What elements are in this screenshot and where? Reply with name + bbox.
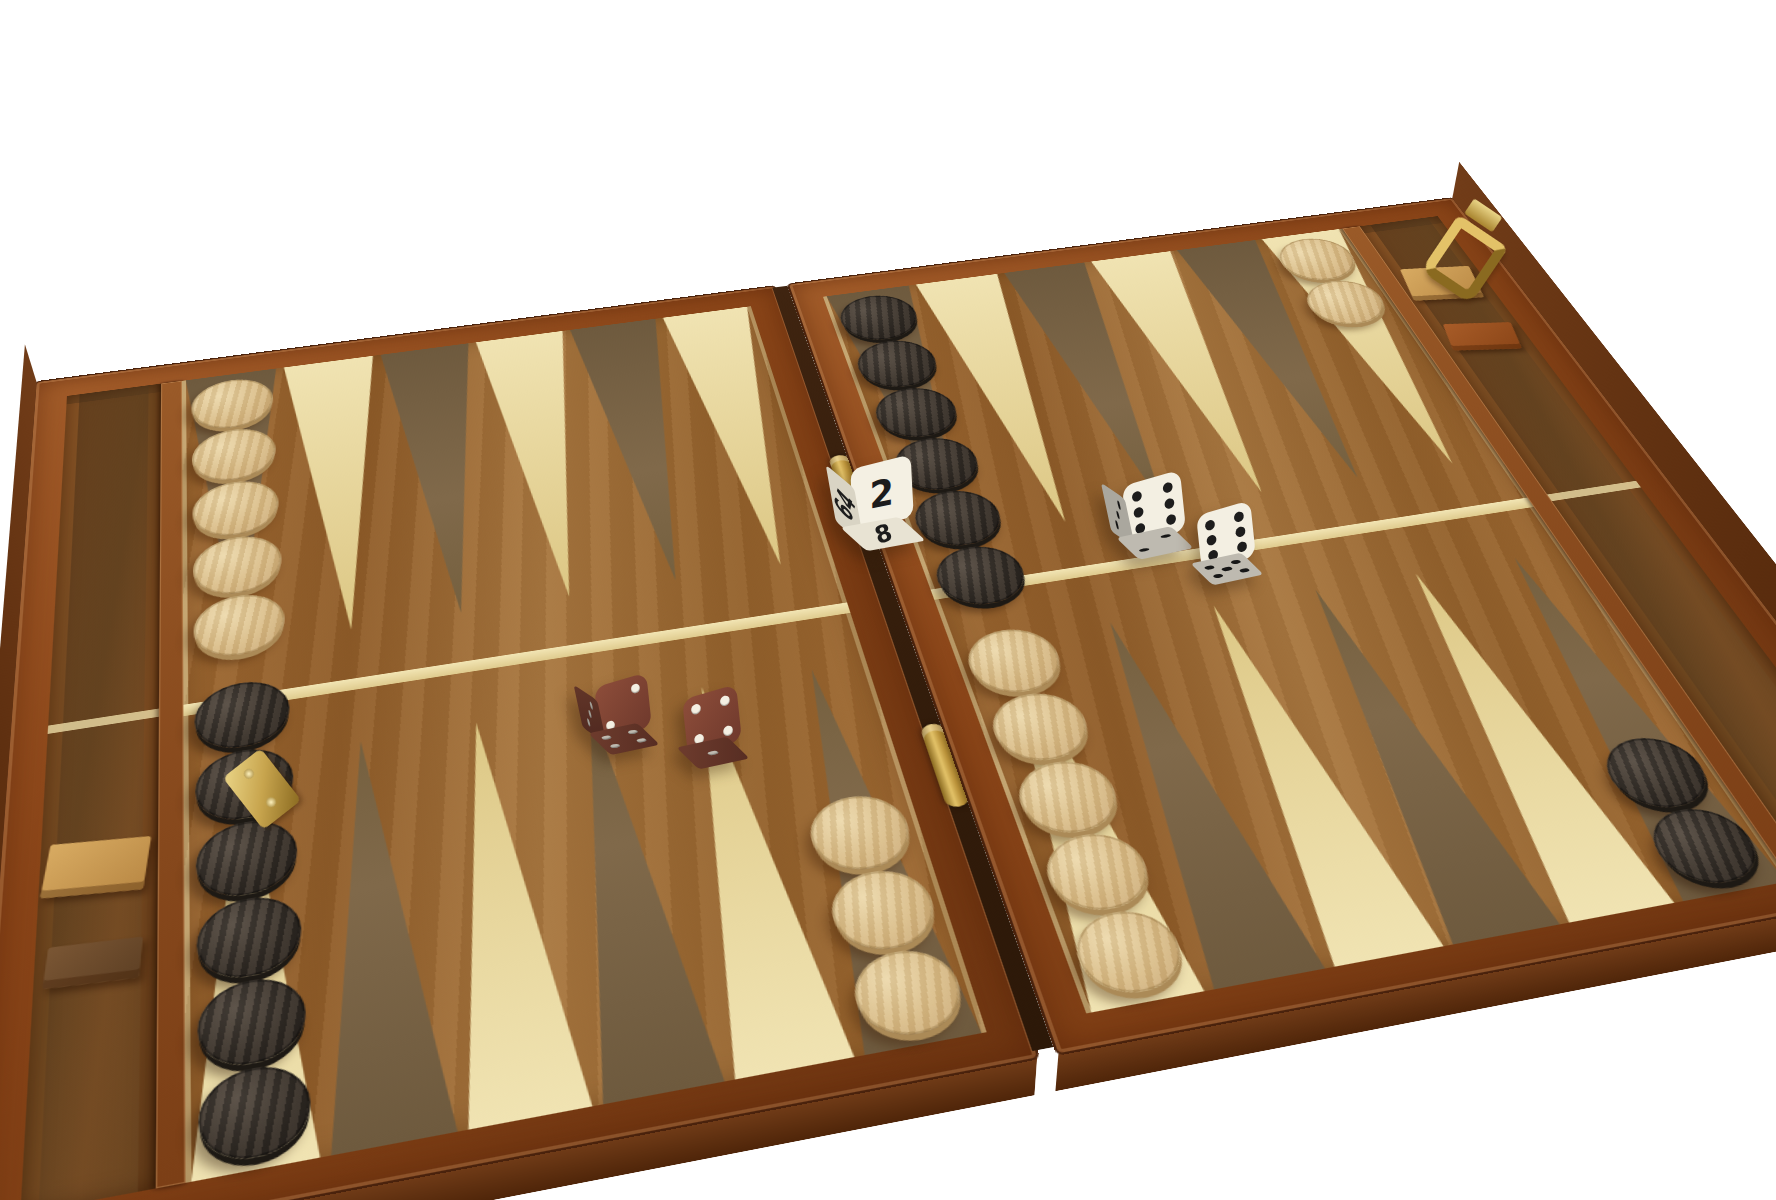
die-pip bbox=[1159, 534, 1171, 539]
brown-die-1[interactable] bbox=[596, 680, 650, 734]
light-checker[interactable] bbox=[192, 476, 280, 541]
tray-left bbox=[20, 384, 161, 1200]
die-pip bbox=[719, 694, 730, 707]
die-pip bbox=[1206, 534, 1217, 547]
light-checker[interactable] bbox=[982, 687, 1098, 767]
die-pip bbox=[1235, 525, 1246, 538]
die-pip bbox=[601, 735, 613, 740]
die-pip bbox=[723, 724, 734, 737]
die-pip bbox=[1230, 560, 1242, 565]
die-pip bbox=[1212, 574, 1224, 579]
light-checker[interactable] bbox=[845, 943, 971, 1043]
point-triangle-right-bottom-6[interactable] bbox=[1465, 550, 1776, 902]
dark-checker[interactable] bbox=[197, 971, 308, 1073]
die-pip bbox=[1138, 548, 1150, 553]
die-pip bbox=[1203, 565, 1215, 570]
point-triangle-right-bottom-2[interactable] bbox=[1058, 614, 1330, 990]
light-checker[interactable] bbox=[802, 789, 919, 877]
die-pip bbox=[1164, 497, 1176, 511]
die-pip bbox=[1131, 489, 1143, 503]
point-triangle-right-bottom-5[interactable] bbox=[1366, 566, 1679, 924]
die-pip bbox=[1233, 510, 1244, 523]
light-checker[interactable] bbox=[1035, 827, 1160, 918]
white-die-2[interactable] bbox=[1198, 508, 1254, 564]
light-checker[interactable] bbox=[823, 864, 944, 957]
point-triangle-left-bottom-5[interactable] bbox=[646, 678, 859, 1080]
spare-wood-block bbox=[1443, 322, 1522, 351]
point-triangle-left-bottom-2[interactable] bbox=[302, 732, 463, 1157]
die-pip bbox=[1115, 520, 1119, 530]
die-pip bbox=[588, 709, 592, 718]
die-pip bbox=[630, 682, 640, 694]
point-triangle-right-bottom-4[interactable] bbox=[1265, 582, 1565, 946]
die-pip bbox=[1165, 513, 1177, 527]
light-checker[interactable] bbox=[1064, 904, 1194, 1001]
die-pip bbox=[1133, 505, 1145, 519]
die-pip bbox=[1117, 500, 1121, 510]
center-inlay-stripe bbox=[183, 602, 850, 716]
die-pip bbox=[1205, 519, 1216, 532]
dark-checker[interactable] bbox=[1637, 802, 1775, 891]
point-triangle-left-top-2[interactable] bbox=[280, 355, 406, 637]
dark-checker[interactable] bbox=[927, 541, 1033, 610]
die-pip bbox=[610, 744, 622, 749]
dark-checker[interactable] bbox=[194, 676, 291, 755]
die-pip bbox=[707, 751, 719, 756]
light-checker[interactable] bbox=[192, 531, 282, 599]
dark-checker[interactable] bbox=[197, 1058, 312, 1168]
light-checker[interactable] bbox=[193, 589, 286, 661]
die-pip bbox=[627, 730, 639, 735]
point-triangle-right-bottom-3[interactable] bbox=[1162, 598, 1448, 968]
die-pip bbox=[691, 703, 702, 716]
die-pip bbox=[1162, 481, 1174, 495]
spare-wood-block bbox=[42, 937, 143, 990]
die-pip bbox=[1116, 510, 1120, 520]
white-die-1[interactable] bbox=[1124, 478, 1184, 538]
spare-wood-block bbox=[40, 836, 151, 899]
dark-checker[interactable] bbox=[1591, 731, 1723, 814]
die-pip bbox=[1237, 540, 1248, 553]
die-pip bbox=[1221, 567, 1233, 572]
light-checker[interactable] bbox=[958, 624, 1070, 699]
point-triangle-left-bottom-3[interactable] bbox=[419, 714, 598, 1131]
die-pip bbox=[587, 718, 591, 727]
dark-checker[interactable] bbox=[196, 890, 303, 986]
backgammon-case bbox=[0, 197, 1776, 1200]
tray-rail-left bbox=[156, 381, 186, 1189]
brown-die-2[interactable] bbox=[684, 692, 740, 748]
die-pip bbox=[1239, 568, 1251, 573]
dark-checker[interactable] bbox=[195, 814, 298, 903]
photo-background: 2 64 8 bbox=[0, 0, 1776, 1200]
field-left bbox=[182, 306, 987, 1183]
die-pip bbox=[635, 738, 647, 743]
die-pip bbox=[589, 701, 593, 710]
light-checker[interactable] bbox=[1008, 755, 1128, 840]
